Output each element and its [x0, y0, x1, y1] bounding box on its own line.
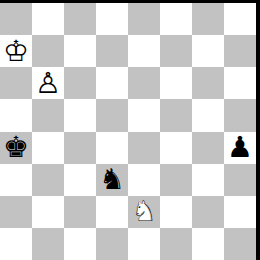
square-a7[interactable]: ♚♔ [0, 35, 32, 67]
square-g5[interactable] [192, 99, 224, 131]
square-d3[interactable]: ♞ [96, 164, 128, 196]
square-h8[interactable] [224, 3, 256, 35]
white-knight-outline: ♘ [128, 196, 160, 228]
square-e5[interactable] [128, 99, 160, 131]
white-pawn-piece[interactable]: ♟♙ [32, 67, 64, 99]
square-f6[interactable] [160, 67, 192, 99]
square-e6[interactable] [128, 67, 160, 99]
square-d7[interactable] [96, 35, 128, 67]
black-pawn-piece[interactable]: ♟ [224, 132, 256, 164]
square-d1[interactable] [96, 228, 128, 260]
square-e7[interactable] [128, 35, 160, 67]
square-c3[interactable] [64, 164, 96, 196]
square-d5[interactable] [96, 99, 128, 131]
square-d4[interactable] [96, 132, 128, 164]
square-h5[interactable] [224, 99, 256, 131]
square-c5[interactable] [64, 99, 96, 131]
square-c1[interactable] [64, 228, 96, 260]
square-h6[interactable] [224, 67, 256, 99]
square-d8[interactable] [96, 3, 128, 35]
chess-board: ♚♔♟♙♚♟♞♞♘ [0, 3, 256, 260]
square-b2[interactable] [32, 196, 64, 228]
square-f2[interactable] [160, 196, 192, 228]
square-f3[interactable] [160, 164, 192, 196]
square-a2[interactable] [0, 196, 32, 228]
chess-diagram: ♚♔♟♙♚♟♞♞♘ [0, 0, 260, 260]
square-c6[interactable] [64, 67, 96, 99]
square-g8[interactable] [192, 3, 224, 35]
square-g4[interactable] [192, 132, 224, 164]
square-h7[interactable] [224, 35, 256, 67]
square-f5[interactable] [160, 99, 192, 131]
square-h3[interactable] [224, 164, 256, 196]
square-e8[interactable] [128, 3, 160, 35]
square-b3[interactable] [32, 164, 64, 196]
black-king-piece[interactable]: ♚ [0, 132, 32, 164]
square-e3[interactable] [128, 164, 160, 196]
square-a3[interactable] [0, 164, 32, 196]
white-king-piece[interactable]: ♚♔ [0, 35, 32, 67]
square-b4[interactable] [32, 132, 64, 164]
white-pawn-outline: ♙ [32, 67, 64, 99]
square-d6[interactable] [96, 67, 128, 99]
square-g7[interactable] [192, 35, 224, 67]
black-knight-piece[interactable]: ♞ [96, 164, 128, 196]
square-b1[interactable] [32, 228, 64, 260]
square-f8[interactable] [160, 3, 192, 35]
square-b7[interactable] [32, 35, 64, 67]
white-king-outline: ♔ [0, 35, 32, 67]
white-knight-piece[interactable]: ♞♘ [128, 196, 160, 228]
square-f4[interactable] [160, 132, 192, 164]
square-h2[interactable] [224, 196, 256, 228]
square-g3[interactable] [192, 164, 224, 196]
square-b6[interactable]: ♟♙ [32, 67, 64, 99]
square-h1[interactable] [224, 228, 256, 260]
square-g6[interactable] [192, 67, 224, 99]
square-c7[interactable] [64, 35, 96, 67]
square-g1[interactable] [192, 228, 224, 260]
square-f1[interactable] [160, 228, 192, 260]
square-c4[interactable] [64, 132, 96, 164]
square-h4[interactable]: ♟ [224, 132, 256, 164]
square-a4[interactable]: ♚ [0, 132, 32, 164]
square-b5[interactable] [32, 99, 64, 131]
square-b8[interactable] [32, 3, 64, 35]
square-a1[interactable] [0, 228, 32, 260]
square-e1[interactable] [128, 228, 160, 260]
square-g2[interactable] [192, 196, 224, 228]
square-e4[interactable] [128, 132, 160, 164]
square-a8[interactable] [0, 3, 32, 35]
square-a5[interactable] [0, 99, 32, 131]
square-a6[interactable] [0, 67, 32, 99]
square-c2[interactable] [64, 196, 96, 228]
square-d2[interactable] [96, 196, 128, 228]
square-e2[interactable]: ♞♘ [128, 196, 160, 228]
square-f7[interactable] [160, 35, 192, 67]
square-c8[interactable] [64, 3, 96, 35]
